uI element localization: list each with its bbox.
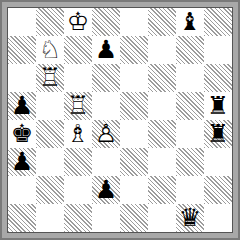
square-b5[interactable] (36, 92, 64, 120)
square-c2[interactable] (64, 176, 92, 204)
square-f6[interactable] (148, 64, 176, 92)
black-pawn-icon: ♟ (8, 148, 36, 176)
square-g8[interactable]: ♝ (176, 8, 204, 36)
square-d4[interactable]: ♟♙ (92, 120, 120, 148)
white-pawn-icon: ♙ (92, 120, 120, 148)
square-g1[interactable]: ♛ (176, 204, 204, 232)
square-c1[interactable] (64, 204, 92, 232)
piece-white-rook[interactable]: ♜♖ (64, 92, 92, 120)
square-f5[interactable] (148, 92, 176, 120)
square-c3[interactable] (64, 148, 92, 176)
square-h1[interactable] (204, 204, 232, 232)
square-b1[interactable] (36, 204, 64, 232)
square-e8[interactable] (120, 8, 148, 36)
square-e3[interactable] (120, 148, 148, 176)
square-b2[interactable] (36, 176, 64, 204)
square-c8[interactable]: ♚♔ (64, 8, 92, 36)
square-d8[interactable] (92, 8, 120, 36)
square-g7[interactable] (176, 36, 204, 64)
square-e7[interactable] (120, 36, 148, 64)
white-knight-icon: ♘ (36, 36, 64, 64)
square-h8[interactable] (204, 8, 232, 36)
chess-board: ♚♔♝♞♘♟♜♖♟♜♖♜♚♝♗♟♙♜♟♟♛ (7, 7, 233, 233)
square-a6[interactable] (8, 64, 36, 92)
black-pawn-icon: ♟ (92, 176, 120, 204)
square-e2[interactable] (120, 176, 148, 204)
white-king-icon: ♔ (64, 8, 92, 36)
piece-white-bishop[interactable]: ♝♗ (64, 120, 92, 148)
square-h5[interactable]: ♜ (204, 92, 232, 120)
square-b8[interactable] (36, 8, 64, 36)
piece-white-king[interactable]: ♚♔ (64, 8, 92, 36)
square-g6[interactable] (176, 64, 204, 92)
square-e1[interactable] (120, 204, 148, 232)
square-d5[interactable] (92, 92, 120, 120)
square-d3[interactable] (92, 148, 120, 176)
square-a4[interactable]: ♚ (8, 120, 36, 148)
piece-black-pawn[interactable]: ♟ (8, 92, 36, 120)
black-pawn-icon: ♟ (92, 36, 120, 64)
square-h6[interactable] (204, 64, 232, 92)
piece-white-rook[interactable]: ♜♖ (36, 64, 64, 92)
piece-black-king[interactable]: ♚ (8, 120, 36, 148)
square-c5[interactable]: ♜♖ (64, 92, 92, 120)
square-f2[interactable] (148, 176, 176, 204)
piece-black-rook[interactable]: ♜ (204, 120, 232, 148)
square-e5[interactable] (120, 92, 148, 120)
square-f8[interactable] (148, 8, 176, 36)
white-bishop-icon: ♗ (64, 120, 92, 148)
square-h4[interactable]: ♜ (204, 120, 232, 148)
white-rook-icon: ♖ (64, 92, 92, 120)
piece-black-bishop[interactable]: ♝ (176, 8, 204, 36)
square-b4[interactable] (36, 120, 64, 148)
square-h3[interactable] (204, 148, 232, 176)
square-f4[interactable] (148, 120, 176, 148)
square-a2[interactable] (8, 176, 36, 204)
piece-black-pawn[interactable]: ♟ (92, 36, 120, 64)
square-a7[interactable] (8, 36, 36, 64)
piece-white-pawn[interactable]: ♟♙ (92, 120, 120, 148)
square-f3[interactable] (148, 148, 176, 176)
square-c7[interactable] (64, 36, 92, 64)
square-d7[interactable]: ♟ (92, 36, 120, 64)
piece-black-pawn[interactable]: ♟ (92, 176, 120, 204)
square-e6[interactable] (120, 64, 148, 92)
square-b3[interactable] (36, 148, 64, 176)
square-h7[interactable] (204, 36, 232, 64)
piece-black-rook[interactable]: ♜ (204, 92, 232, 120)
square-d1[interactable] (92, 204, 120, 232)
black-bishop-icon: ♝ (176, 8, 204, 36)
square-b6[interactable]: ♜♖ (36, 64, 64, 92)
piece-black-queen[interactable]: ♛ (176, 204, 204, 232)
square-g3[interactable] (176, 148, 204, 176)
square-b7[interactable]: ♞♘ (36, 36, 64, 64)
square-a5[interactable]: ♟ (8, 92, 36, 120)
square-d2[interactable]: ♟ (92, 176, 120, 204)
black-queen-icon: ♛ (176, 204, 204, 232)
white-rook-icon: ♖ (36, 64, 64, 92)
square-d6[interactable] (92, 64, 120, 92)
square-c4[interactable]: ♝♗ (64, 120, 92, 148)
piece-black-pawn[interactable]: ♟ (8, 148, 36, 176)
square-g5[interactable] (176, 92, 204, 120)
square-h2[interactable] (204, 176, 232, 204)
black-rook-icon: ♜ (204, 92, 232, 120)
square-a8[interactable] (8, 8, 36, 36)
black-rook-icon: ♜ (204, 120, 232, 148)
square-g2[interactable] (176, 176, 204, 204)
square-a1[interactable] (8, 204, 36, 232)
square-f7[interactable] (148, 36, 176, 64)
square-a3[interactable]: ♟ (8, 148, 36, 176)
black-king-icon: ♚ (8, 120, 36, 148)
piece-white-knight[interactable]: ♞♘ (36, 36, 64, 64)
square-e4[interactable] (120, 120, 148, 148)
chess-board-frame: ♚♔♝♞♘♟♜♖♟♜♖♜♚♝♗♟♙♜♟♟♛ (0, 0, 240, 240)
square-g4[interactable] (176, 120, 204, 148)
square-c6[interactable] (64, 64, 92, 92)
square-f1[interactable] (148, 204, 176, 232)
black-pawn-icon: ♟ (8, 92, 36, 120)
